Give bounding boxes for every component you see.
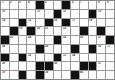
crossword-cell[interactable]: [54, 1, 62, 9]
clue-number: 25: [63, 36, 66, 39]
crossword-cell[interactable]: 24: [27, 36, 35, 44]
crossword-cell[interactable]: [97, 54, 105, 62]
crossword-cell[interactable]: [80, 19, 88, 27]
clue-number: 6: [72, 1, 74, 4]
crossword-cell[interactable]: 17: [71, 19, 79, 27]
crossword-cell[interactable]: 40: [80, 71, 88, 79]
crossword-cell[interactable]: 26: [80, 36, 88, 44]
crossword-cell[interactable]: 8: [97, 1, 105, 9]
clue-number: 38: [2, 71, 5, 74]
blocked-cell: [97, 27, 105, 35]
crossword-cell[interactable]: [106, 19, 114, 27]
crossword-cell[interactable]: [10, 62, 18, 70]
clue-number: 36: [54, 62, 57, 65]
crossword-cell[interactable]: 13: [97, 10, 105, 18]
clue-number: 9: [107, 1, 109, 4]
crossword-cell[interactable]: 25: [62, 36, 70, 44]
crossword-cell[interactable]: 12: [62, 10, 70, 18]
crossword-cell[interactable]: 15: [27, 19, 35, 27]
crossword-cell[interactable]: [54, 45, 62, 53]
blocked-cell: [1, 54, 9, 62]
clue-number: 21: [45, 27, 48, 30]
blocked-cell: [71, 71, 79, 79]
crossword-cell[interactable]: [27, 45, 35, 53]
blocked-cell: [106, 36, 114, 44]
clue-number: 12: [63, 10, 66, 13]
clue-number: 27: [98, 36, 101, 39]
blocked-cell: [36, 1, 44, 9]
crossword-cell[interactable]: [71, 62, 79, 70]
crossword-cell[interactable]: [36, 36, 44, 44]
clue-number: 22: [63, 27, 66, 30]
blocked-cell: [54, 36, 62, 44]
clue-number: 29: [45, 45, 48, 48]
crossword-cell[interactable]: 30: [97, 45, 105, 53]
clue-number: 40: [80, 71, 83, 74]
crossword-cell[interactable]: [106, 71, 114, 79]
crossword-cell[interactable]: 32: [27, 54, 35, 62]
clue-number: 5: [45, 1, 47, 4]
crossword-cell[interactable]: 3: [19, 1, 27, 9]
crossword-cell[interactable]: [89, 27, 97, 35]
crossword-cell[interactable]: [106, 54, 114, 62]
blocked-cell: [45, 19, 53, 27]
crossword-cell[interactable]: 29: [45, 45, 53, 53]
blocked-cell: [89, 45, 97, 53]
blocked-cell: [62, 1, 70, 9]
crossword-cell[interactable]: 21: [45, 27, 53, 35]
blocked-cell: [89, 10, 97, 18]
crossword-cell[interactable]: [89, 71, 97, 79]
crossword-cell[interactable]: 16: [54, 19, 62, 27]
crossword-cell[interactable]: [71, 10, 79, 18]
clue-number: 1: [2, 1, 4, 4]
crossword-cell[interactable]: [106, 27, 114, 35]
crossword-cell[interactable]: [89, 36, 97, 44]
blocked-cell: [54, 54, 62, 62]
clue-number: 15: [28, 19, 31, 22]
crossword-cell[interactable]: [10, 45, 18, 53]
crossword-cell[interactable]: 18: [89, 19, 97, 27]
blocked-cell: [10, 27, 18, 35]
crossword-cell[interactable]: [10, 54, 18, 62]
crossword-cell[interactable]: [54, 27, 62, 35]
crossword-cell[interactable]: 7: [80, 1, 88, 9]
crossword-cell[interactable]: [19, 10, 27, 18]
crossword-cell[interactable]: [45, 10, 53, 18]
crossword-cell[interactable]: [19, 45, 27, 53]
crossword-cell[interactable]: [62, 45, 70, 53]
clue-number: 30: [98, 45, 101, 48]
blocked-cell: [54, 10, 62, 18]
crossword-cell[interactable]: [89, 1, 97, 9]
clue-number: 32: [28, 54, 31, 57]
blocked-cell: [80, 62, 88, 70]
crossword-cell[interactable]: [10, 10, 18, 18]
crossword-cell[interactable]: [106, 10, 114, 18]
clue-number: 8: [98, 1, 100, 4]
crossword-cell[interactable]: [71, 27, 79, 35]
clue-number: 37: [98, 62, 101, 65]
crossword-cell[interactable]: [10, 71, 18, 79]
clue-number: 35: [2, 62, 5, 65]
crossword-cell[interactable]: 38: [1, 71, 9, 79]
crossword-cell[interactable]: 37: [97, 62, 105, 70]
crossword-grid: 1234567891011121314151617181920212223242…: [0, 0, 115, 80]
blocked-cell: [89, 62, 97, 70]
blocked-cell: [36, 71, 44, 79]
crossword-cell[interactable]: 39: [45, 71, 53, 79]
blocked-cell: [19, 71, 27, 79]
crossword-cell[interactable]: [27, 62, 35, 70]
crossword-cell[interactable]: [106, 62, 114, 70]
clue-number: 10: [2, 10, 5, 13]
crossword-cell[interactable]: 10: [1, 10, 9, 18]
crossword-cell[interactable]: [62, 62, 70, 70]
clue-number: 11: [37, 10, 40, 13]
crossword-cell[interactable]: 34: [71, 54, 79, 62]
crossword-cell[interactable]: 1: [1, 1, 9, 9]
crossword-cell[interactable]: 23: [10, 36, 18, 44]
crossword-cell[interactable]: 5: [45, 1, 53, 9]
blocked-cell: [62, 19, 70, 27]
crossword-cell[interactable]: [89, 54, 97, 62]
clue-number: 18: [89, 19, 92, 22]
clue-number: 24: [28, 36, 31, 39]
crossword-cell[interactable]: [97, 19, 105, 27]
clue-number: 31: [107, 45, 110, 48]
blocked-cell: [80, 27, 88, 35]
crossword-cell[interactable]: [80, 45, 88, 53]
crossword-cell[interactable]: [36, 19, 44, 27]
clue-number: 7: [80, 1, 82, 4]
blocked-cell: [71, 45, 79, 53]
crossword-cell[interactable]: 31: [106, 45, 114, 53]
crossword-cell[interactable]: [54, 71, 62, 79]
crossword-cell[interactable]: 28: [1, 45, 9, 53]
blocked-cell: [19, 19, 27, 27]
clue-number: 19: [19, 27, 22, 30]
crossword-cell[interactable]: 14: [1, 19, 9, 27]
clue-number: 2: [10, 1, 12, 4]
crossword-cell[interactable]: 9: [106, 1, 114, 9]
crossword-cell[interactable]: 11: [36, 10, 44, 18]
crossword-cell[interactable]: 27: [97, 36, 105, 44]
crossword-cell[interactable]: [62, 71, 70, 79]
crossword-cell[interactable]: [27, 71, 35, 79]
blocked-cell: [45, 62, 53, 70]
clue-number: 16: [54, 19, 57, 22]
blocked-cell: [19, 54, 27, 62]
crossword-cell[interactable]: [45, 36, 53, 44]
clue-number: 17: [72, 19, 75, 22]
crossword-cell[interactable]: 6: [71, 1, 79, 9]
clue-number: 34: [72, 54, 75, 57]
clue-number: 4: [28, 1, 30, 4]
crossword-cell[interactable]: [19, 36, 27, 44]
clue-number: 26: [80, 36, 83, 39]
crossword-cell[interactable]: 36: [54, 62, 62, 70]
crossword-cell[interactable]: [80, 10, 88, 18]
crossword-cell[interactable]: 20: [36, 27, 44, 35]
blocked-cell: [36, 62, 44, 70]
crossword-cell[interactable]: [71, 36, 79, 44]
clue-number: 3: [19, 1, 21, 4]
blocked-cell: [27, 27, 35, 35]
clue-number: 39: [45, 71, 48, 74]
blocked-cell: [1, 36, 9, 44]
crossword-cell[interactable]: [80, 54, 88, 62]
clue-number: 33: [63, 54, 66, 57]
crossword-cell[interactable]: [19, 62, 27, 70]
clue-number: 20: [37, 27, 40, 30]
crossword-cell[interactable]: 4: [27, 1, 35, 9]
clue-number: 23: [10, 36, 13, 39]
crossword-cell[interactable]: 33: [62, 54, 70, 62]
crossword-cell[interactable]: [27, 10, 35, 18]
clue-number: 28: [2, 45, 5, 48]
crossword-cell[interactable]: 22: [62, 27, 70, 35]
crossword-cell[interactable]: [1, 27, 9, 35]
crossword-cell[interactable]: [97, 71, 105, 79]
crossword-cell[interactable]: 2: [10, 1, 18, 9]
clue-number: 14: [2, 19, 5, 22]
blocked-cell: [36, 45, 44, 53]
crossword-cell[interactable]: 35: [1, 62, 9, 70]
crossword-cell[interactable]: [10, 19, 18, 27]
clue-number: 13: [98, 10, 101, 13]
crossword-cell[interactable]: [36, 54, 44, 62]
crossword-cell[interactable]: 19: [19, 27, 27, 35]
crossword-cell[interactable]: [45, 54, 53, 62]
